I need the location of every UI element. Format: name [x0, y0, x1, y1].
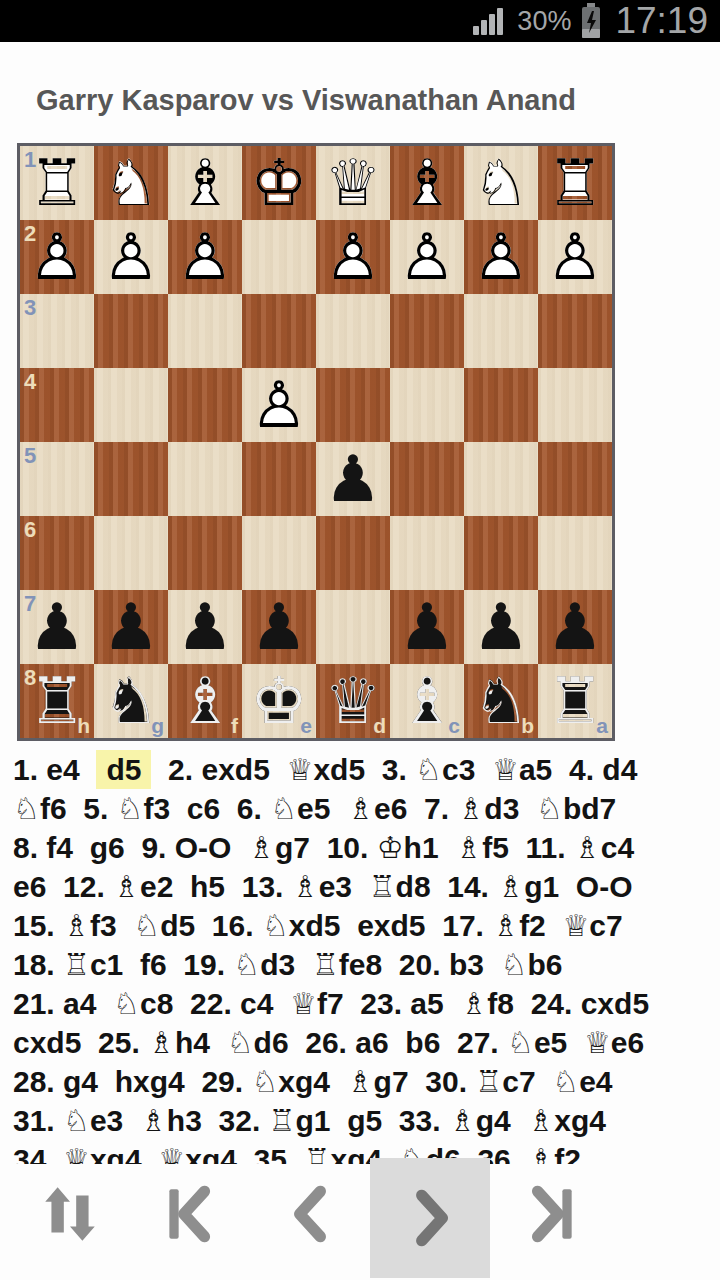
- square-h3[interactable]: 3: [20, 294, 94, 368]
- page-title: Garry Kasparov vs Viswanathan Anand: [36, 84, 696, 117]
- square-b2[interactable]: ♟♙: [464, 220, 538, 294]
- game-nav-bar: [10, 1158, 610, 1278]
- white-pawn: ♟♙: [168, 220, 242, 294]
- white-pawn: ♟♙: [94, 220, 168, 294]
- square-e7[interactable]: ♟: [242, 590, 316, 664]
- square-b5[interactable]: [464, 442, 538, 516]
- square-f4[interactable]: [168, 368, 242, 442]
- square-e6[interactable]: [242, 516, 316, 590]
- square-d3[interactable]: [316, 294, 390, 368]
- black-pawn: ♟: [316, 442, 390, 516]
- square-c5[interactable]: [390, 442, 464, 516]
- white-pawn: ♟♙: [242, 368, 316, 442]
- square-a8[interactable]: ♜♖a: [538, 664, 612, 738]
- square-h1[interactable]: ♜♖1: [20, 146, 94, 220]
- square-e8[interactable]: ♚♔e: [242, 664, 316, 738]
- square-e3[interactable]: [242, 294, 316, 368]
- move-line-3[interactable]: 8. f4 g6 9. O-O ♗g7 10. ♔h1 ♗f5 11. ♗c4: [13, 828, 713, 867]
- move-line-4[interactable]: e6 12. ♗e2 h5 13. ♗e3 ♖d8 14. ♗g1 O-O: [13, 867, 713, 906]
- file-label-e: e: [300, 714, 312, 738]
- status-bar: 30% 17:19: [0, 0, 720, 42]
- chess-board[interactable]: ♜♖1♞♘♝♗♚♔♛♕♝♗♞♘♜♖♟♙2♟♙♟♙♟♙♟♙♟♙♟♙34♟♙5♟6♟…: [17, 143, 615, 741]
- square-d8[interactable]: ♛♕d: [316, 664, 390, 738]
- previous-move-icon: [277, 1181, 343, 1247]
- square-h6[interactable]: 6: [20, 516, 94, 590]
- flip-board-button[interactable]: [10, 1158, 130, 1270]
- square-a7[interactable]: ♟: [538, 590, 612, 664]
- square-g1[interactable]: ♞♘: [94, 146, 168, 220]
- square-a1[interactable]: ♜♖: [538, 146, 612, 220]
- previous-move-button[interactable]: [250, 1158, 370, 1270]
- square-f1[interactable]: ♝♗: [168, 146, 242, 220]
- rank-label-6: 6: [24, 517, 36, 543]
- rank-label-5: 5: [24, 443, 36, 469]
- square-c6[interactable]: [390, 516, 464, 590]
- black-pawn: ♟: [464, 590, 538, 664]
- current-move-highlight[interactable]: d5: [96, 750, 151, 789]
- rank-label-3: 3: [24, 295, 36, 321]
- square-c4[interactable]: [390, 368, 464, 442]
- status-time: 17:19: [615, 0, 708, 42]
- square-d4[interactable]: [316, 368, 390, 442]
- square-f5[interactable]: [168, 442, 242, 516]
- square-d5[interactable]: ♟: [316, 442, 390, 516]
- white-knight: ♞♘: [464, 146, 538, 220]
- square-f3[interactable]: [168, 294, 242, 368]
- square-c3[interactable]: [390, 294, 464, 368]
- white-pawn: ♟♙: [538, 220, 612, 294]
- white-knight: ♞♘: [94, 146, 168, 220]
- last-move-icon: [517, 1181, 583, 1247]
- square-e2[interactable]: [242, 220, 316, 294]
- flip-board-icon: [37, 1181, 103, 1247]
- square-f7[interactable]: ♟: [168, 590, 242, 664]
- square-h7[interactable]: ♟7: [20, 590, 94, 664]
- move-line-7[interactable]: 21. a4 ♘c8 22. c4 ♕f7 23. a5 ♗f8 24. cxd…: [13, 984, 713, 1023]
- first-move-icon: [157, 1181, 223, 1247]
- white-pawn: ♟♙: [390, 220, 464, 294]
- black-pawn: ♟: [538, 590, 612, 664]
- rank-label-4: 4: [24, 369, 36, 395]
- square-e5[interactable]: [242, 442, 316, 516]
- white-bishop: ♝♗: [168, 146, 242, 220]
- square-b7[interactable]: ♟: [464, 590, 538, 664]
- white-bishop: ♝♗: [390, 146, 464, 220]
- square-c2[interactable]: ♟♙: [390, 220, 464, 294]
- square-b8[interactable]: ♞♘b: [464, 664, 538, 738]
- square-c8[interactable]: ♝♗c: [390, 664, 464, 738]
- file-label-c: c: [448, 714, 460, 738]
- rank-label-1: 1: [24, 147, 36, 173]
- square-g2[interactable]: ♟♙: [94, 220, 168, 294]
- move-line-6[interactable]: 18. ♖c1 f6 19. ♘d3 ♖fe8 20. b3 ♘b6: [13, 945, 713, 984]
- move-line-10[interactable]: 31. ♘e3 ♗h3 32. ♖g1 g5 33. ♗g4 ♗xg4: [13, 1101, 713, 1140]
- move-line-9[interactable]: 28. g4 hxg4 29. ♘xg4 ♗g7 30. ♖c7 ♘e4: [13, 1062, 713, 1101]
- battery-charging-icon: [579, 3, 603, 39]
- move-list[interactable]: 1. e4 d5 2. exd5 ♕xd5 3. ♘c3 ♕a5 4. d4♘f…: [13, 750, 713, 1164]
- square-h8[interactable]: ♜♖8h: [20, 664, 94, 738]
- file-label-d: d: [373, 714, 386, 738]
- move-line-5[interactable]: 15. ♗f3 ♘d5 16. ♘xd5 exd5 17. ♗f2 ♕c7: [13, 906, 713, 945]
- rank-label-7: 7: [24, 591, 36, 617]
- next-move-button[interactable]: [370, 1158, 490, 1278]
- signal-icon: [473, 6, 509, 36]
- move-line-2[interactable]: ♘f6 5. ♘f3 c6 6. ♘e5 ♗e6 7. ♗d3 ♘bd7: [13, 789, 713, 828]
- square-c7[interactable]: ♟: [390, 590, 464, 664]
- square-h2[interactable]: ♟♙2: [20, 220, 94, 294]
- black-pawn: ♟: [168, 590, 242, 664]
- square-g5[interactable]: [94, 442, 168, 516]
- file-label-h: h: [77, 714, 90, 738]
- square-g6[interactable]: [94, 516, 168, 590]
- last-move-button[interactable]: [490, 1158, 610, 1270]
- square-c1[interactable]: ♝♗: [390, 146, 464, 220]
- square-a5[interactable]: [538, 442, 612, 516]
- square-h4[interactable]: 4: [20, 368, 94, 442]
- file-label-a: a: [596, 714, 608, 738]
- next-move-icon: [397, 1185, 463, 1251]
- white-king: ♚♔: [242, 146, 316, 220]
- square-g3[interactable]: [94, 294, 168, 368]
- square-g4[interactable]: [94, 368, 168, 442]
- white-pawn: ♟♙: [316, 220, 390, 294]
- square-h5[interactable]: 5: [20, 442, 94, 516]
- square-g8[interactable]: ♞♘g: [94, 664, 168, 738]
- square-a3[interactable]: [538, 294, 612, 368]
- file-label-g: g: [151, 714, 164, 738]
- square-b6[interactable]: [464, 516, 538, 590]
- square-b4[interactable]: [464, 368, 538, 442]
- white-queen: ♛♕: [316, 146, 390, 220]
- square-d7[interactable]: [316, 590, 390, 664]
- rank-label-2: 2: [24, 221, 36, 247]
- black-pawn: ♟: [242, 590, 316, 664]
- white-pawn: ♟♙: [464, 220, 538, 294]
- square-d2[interactable]: ♟♙: [316, 220, 390, 294]
- square-a2[interactable]: ♟♙: [538, 220, 612, 294]
- square-b3[interactable]: [464, 294, 538, 368]
- battery-percent: 30%: [517, 6, 571, 37]
- square-b1[interactable]: ♞♘: [464, 146, 538, 220]
- square-f6[interactable]: [168, 516, 242, 590]
- file-label-b: b: [521, 714, 534, 738]
- square-a4[interactable]: [538, 368, 612, 442]
- square-f8[interactable]: ♝♗f: [168, 664, 242, 738]
- black-pawn: ♟: [94, 590, 168, 664]
- move-line-8[interactable]: cxd5 25. ♗h4 ♘d6 26. a6 b6 27. ♘e5 ♕e6: [13, 1023, 713, 1062]
- square-e1[interactable]: ♚♔: [242, 146, 316, 220]
- white-rook: ♜♖: [538, 146, 612, 220]
- square-d6[interactable]: [316, 516, 390, 590]
- black-pawn: ♟: [390, 590, 464, 664]
- first-move-button[interactable]: [130, 1158, 250, 1270]
- move-line-1[interactable]: 1. e4 d5 2. exd5 ♕xd5 3. ♘c3 ♕a5 4. d4: [13, 750, 713, 789]
- rank-label-8: 8: [24, 665, 36, 691]
- file-label-f: f: [231, 714, 238, 738]
- square-g7[interactable]: ♟: [94, 590, 168, 664]
- app-screen: 30% 17:19 Garry Kasparov vs Viswanathan …: [0, 0, 720, 1280]
- square-a6[interactable]: [538, 516, 612, 590]
- square-d1[interactable]: ♛♕: [316, 146, 390, 220]
- square-e4[interactable]: ♟♙: [242, 368, 316, 442]
- square-f2[interactable]: ♟♙: [168, 220, 242, 294]
